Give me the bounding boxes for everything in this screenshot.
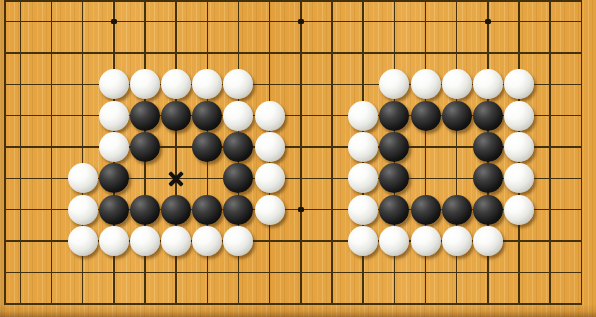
- white-stone: [442, 69, 472, 99]
- grid-vline: [20, 0, 21, 304]
- white-stone: [255, 195, 285, 225]
- black-stone: [130, 195, 160, 225]
- black-stone: [192, 195, 222, 225]
- board-bottom-edge-shading: [0, 304, 596, 317]
- x-mark-vital-point: [166, 168, 186, 188]
- black-stone: [161, 101, 191, 131]
- grid-vline: [425, 0, 426, 304]
- grid-hline: [4, 272, 582, 273]
- board-wood: [0, 0, 596, 317]
- white-stone: [68, 163, 98, 193]
- white-stone: [99, 226, 129, 256]
- black-stone: [411, 195, 441, 225]
- black-stone: [442, 195, 472, 225]
- white-stone: [255, 132, 285, 162]
- go-board[interactable]: [0, 0, 596, 317]
- grid-vline: [51, 0, 52, 304]
- white-stone: [255, 101, 285, 131]
- hoshi-star-point: [298, 19, 303, 24]
- grid-vline: [581, 0, 582, 304]
- black-stone: [473, 195, 503, 225]
- grid-vline: [456, 0, 457, 304]
- white-stone: [99, 101, 129, 131]
- grid-hline: [4, 21, 582, 22]
- black-stone: [411, 101, 441, 131]
- grid-vline: [175, 0, 176, 304]
- white-stone: [68, 226, 98, 256]
- white-stone: [99, 132, 129, 162]
- white-stone: [473, 226, 503, 256]
- black-stone: [442, 101, 472, 131]
- white-stone: [161, 226, 191, 256]
- black-stone: [379, 101, 409, 131]
- black-stone: [99, 163, 129, 193]
- hoshi-star-point: [298, 207, 303, 212]
- hoshi-star-point: [485, 19, 490, 24]
- grid-vline: [300, 0, 301, 304]
- white-stone: [348, 101, 378, 131]
- white-stone: [504, 195, 534, 225]
- board-top-edge-line: [4, 0, 582, 1]
- black-stone: [473, 132, 503, 162]
- black-stone: [473, 101, 503, 131]
- black-stone: [130, 132, 160, 162]
- grid-hline: [4, 52, 582, 53]
- grid-vline: [331, 0, 332, 304]
- white-stone: [504, 132, 534, 162]
- white-stone: [348, 195, 378, 225]
- white-stone: [130, 226, 160, 256]
- hoshi-star-point: [111, 19, 116, 24]
- white-stone: [411, 226, 441, 256]
- white-stone: [68, 195, 98, 225]
- black-stone: [192, 101, 222, 131]
- black-stone: [130, 101, 160, 131]
- black-stone: [161, 195, 191, 225]
- grid-vline: [549, 0, 550, 304]
- white-stone: [504, 101, 534, 131]
- board-left-edge-shading: [0, 0, 5, 317]
- white-stone: [348, 226, 378, 256]
- white-stone: [442, 226, 472, 256]
- black-stone: [379, 195, 409, 225]
- white-stone: [411, 69, 441, 99]
- white-stone: [255, 163, 285, 193]
- black-stone: [99, 195, 129, 225]
- grid-vline: [82, 0, 83, 304]
